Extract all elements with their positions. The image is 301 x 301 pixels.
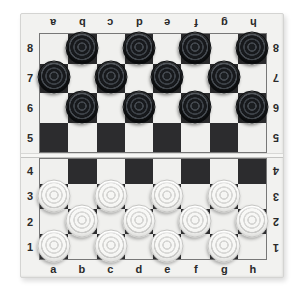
file-label-c-top: c <box>96 14 125 33</box>
rank-label-2-right: 2 <box>267 209 285 235</box>
square-b4[interactable] <box>68 159 96 184</box>
board-grid-top-half <box>39 33 267 153</box>
square-a1[interactable] <box>40 234 68 259</box>
black-checker-c7[interactable] <box>94 61 127 94</box>
square-d2[interactable] <box>125 209 153 234</box>
rank-label-7-left: 7 <box>21 63 39 93</box>
square-h8[interactable] <box>238 34 266 64</box>
rank-label-5-left: 5 <box>21 123 39 153</box>
black-checker-f8[interactable] <box>179 31 212 64</box>
white-checker-e1[interactable] <box>151 229 184 262</box>
square-b7[interactable] <box>68 64 96 94</box>
square-c3[interactable] <box>97 184 125 209</box>
square-f5[interactable] <box>181 123 209 153</box>
square-e6[interactable] <box>153 93 181 123</box>
square-f7[interactable] <box>181 64 209 94</box>
square-h4[interactable] <box>238 159 266 184</box>
black-checker-a7[interactable] <box>38 61 71 94</box>
rank-label-7-right: 7 <box>267 63 285 93</box>
file-label-h-top: h <box>239 14 268 33</box>
square-b5[interactable] <box>68 123 96 153</box>
square-f2[interactable] <box>181 209 209 234</box>
square-f6[interactable] <box>181 93 209 123</box>
folding-checkers-board: aabbccddeeffgghh8877665544332211 <box>20 13 284 278</box>
square-a6[interactable] <box>40 93 68 123</box>
file-label-d-bottom: d <box>125 259 154 278</box>
square-h7[interactable] <box>238 64 266 94</box>
square-d4[interactable] <box>125 159 153 184</box>
white-checker-d2[interactable] <box>122 204 155 237</box>
square-c1[interactable] <box>97 234 125 259</box>
board-grid-bottom-half <box>39 158 267 260</box>
square-b1[interactable] <box>68 234 96 259</box>
file-label-d-top: d <box>125 14 154 33</box>
square-g8[interactable] <box>210 34 238 64</box>
square-c8[interactable] <box>97 34 125 64</box>
rank-label-5-right: 5 <box>267 123 285 153</box>
square-e8[interactable] <box>153 34 181 64</box>
white-checker-e3[interactable] <box>151 179 184 212</box>
square-b8[interactable] <box>68 34 96 64</box>
square-d7[interactable] <box>125 64 153 94</box>
rank-label-4-left: 4 <box>21 158 39 184</box>
black-checker-e7[interactable] <box>151 61 184 94</box>
square-g5[interactable] <box>210 123 238 153</box>
square-d5[interactable] <box>125 123 153 153</box>
black-checker-g7[interactable] <box>207 61 240 94</box>
rank-label-2-left: 2 <box>21 209 39 235</box>
black-checker-f6[interactable] <box>179 90 212 123</box>
file-label-b-bottom: b <box>68 259 97 278</box>
rank-label-1-left: 1 <box>21 235 39 261</box>
file-label-g-top: g <box>210 14 239 33</box>
square-a8[interactable] <box>40 34 68 64</box>
white-checker-a1[interactable] <box>38 229 71 262</box>
rank-label-3-right: 3 <box>267 184 285 210</box>
square-g6[interactable] <box>210 93 238 123</box>
file-label-e-top: e <box>153 14 182 33</box>
square-e1[interactable] <box>153 234 181 259</box>
rank-label-8-right: 8 <box>267 33 285 63</box>
white-checker-c1[interactable] <box>94 229 127 262</box>
square-c5[interactable] <box>97 123 125 153</box>
black-checker-h8[interactable] <box>235 31 268 64</box>
square-a5[interactable] <box>40 123 68 153</box>
black-checker-b8[interactable] <box>66 31 99 64</box>
square-b2[interactable] <box>68 209 96 234</box>
file-label-h-bottom: h <box>239 259 268 278</box>
square-c7[interactable] <box>97 64 125 94</box>
white-checker-g3[interactable] <box>207 179 240 212</box>
square-h6[interactable] <box>238 93 266 123</box>
square-a3[interactable] <box>40 184 68 209</box>
square-h5[interactable] <box>238 123 266 153</box>
rank-label-8-left: 8 <box>21 33 39 63</box>
square-f1[interactable] <box>181 234 209 259</box>
rank-label-3-left: 3 <box>21 184 39 210</box>
square-e5[interactable] <box>153 123 181 153</box>
rank-label-4-right: 4 <box>267 158 285 184</box>
file-label-f-top: f <box>182 14 211 33</box>
square-c6[interactable] <box>97 93 125 123</box>
square-d6[interactable] <box>125 93 153 123</box>
square-f4[interactable] <box>181 159 209 184</box>
square-d8[interactable] <box>125 34 153 64</box>
square-b6[interactable] <box>68 93 96 123</box>
square-a7[interactable] <box>40 64 68 94</box>
square-f8[interactable] <box>181 34 209 64</box>
black-checker-d8[interactable] <box>122 31 155 64</box>
black-checker-b6[interactable] <box>66 90 99 123</box>
black-checker-h6[interactable] <box>235 90 268 123</box>
square-h1[interactable] <box>238 234 266 259</box>
rank-label-6-right: 6 <box>267 93 285 123</box>
square-e7[interactable] <box>153 64 181 94</box>
white-checker-b2[interactable] <box>66 204 99 237</box>
square-g3[interactable] <box>210 184 238 209</box>
square-g1[interactable] <box>210 234 238 259</box>
file-label-a-top: a <box>39 14 68 33</box>
board-photo: aabbccddeeffgghh8877665544332211 <box>0 0 301 301</box>
black-checker-d6[interactable] <box>122 90 155 123</box>
file-label-f-bottom: f <box>182 259 211 278</box>
white-checker-g1[interactable] <box>207 229 240 262</box>
white-checker-h2[interactable] <box>235 204 268 237</box>
square-h2[interactable] <box>238 209 266 234</box>
square-d1[interactable] <box>125 234 153 259</box>
file-label-b-top: b <box>68 14 97 33</box>
rank-label-1-right: 1 <box>267 235 285 261</box>
square-g7[interactable] <box>210 64 238 94</box>
white-checker-f2[interactable] <box>179 204 212 237</box>
white-checker-a3[interactable] <box>38 179 71 212</box>
white-checker-c3[interactable] <box>94 179 127 212</box>
rank-label-6-left: 6 <box>21 93 39 123</box>
square-e3[interactable] <box>153 184 181 209</box>
